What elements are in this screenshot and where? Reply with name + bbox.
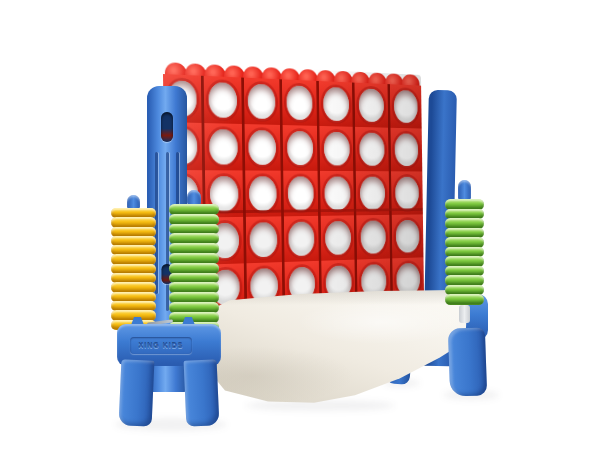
stored-ring <box>445 199 484 210</box>
brand-logo-text: XING KIDS <box>139 342 184 349</box>
board-cell-r1c2 <box>204 76 242 124</box>
board-hole <box>287 177 314 211</box>
stored-ring <box>445 256 484 267</box>
stored-green-disc-stack <box>169 190 219 332</box>
stored-ring <box>445 237 484 248</box>
board-hole <box>394 90 418 123</box>
board-hole <box>325 221 351 255</box>
pole-tip <box>187 190 201 205</box>
board-cell-r1c3 <box>244 78 280 125</box>
board-hole <box>323 87 349 121</box>
board-cell-r2c6 <box>355 127 388 171</box>
board-cell-r4c4 <box>284 216 319 262</box>
board-hole <box>249 130 277 165</box>
board-hole <box>324 132 350 165</box>
board-hole <box>208 82 237 118</box>
board-hole <box>250 222 278 257</box>
ground-shadow <box>245 400 395 411</box>
front-right-leg <box>448 327 487 396</box>
embossed-logo-plate: XING KIDS <box>130 337 192 354</box>
board-cell-r4c5 <box>321 215 355 260</box>
left-base: XING KIDS <box>117 324 221 428</box>
pole-tip <box>127 195 140 209</box>
stored-ring <box>169 214 219 225</box>
board-cell-r2c5 <box>320 126 354 171</box>
board-hole <box>324 177 350 210</box>
board-hole <box>248 84 276 119</box>
board-cell-r2c4 <box>282 125 317 171</box>
board-hole <box>361 221 386 254</box>
green-rings <box>445 200 484 305</box>
board-hole <box>360 177 385 210</box>
board-hole <box>287 131 314 165</box>
board-cell-r1c4 <box>282 79 317 126</box>
stored-green-disc-stack <box>445 180 484 323</box>
stored-ring <box>169 263 219 274</box>
board-hole <box>288 222 315 256</box>
board-hole <box>359 89 384 122</box>
pole-stub <box>459 305 470 323</box>
green-rings <box>169 205 219 332</box>
stored-ring <box>445 294 484 305</box>
stored-ring <box>445 275 484 286</box>
board-cell-r1c6 <box>355 83 388 128</box>
board-cell-r4c3 <box>245 216 281 263</box>
upright-slot-hole <box>161 112 173 142</box>
stored-yellow-disc-stack <box>111 195 156 330</box>
board-hole <box>359 133 384 166</box>
rear-left-leg <box>184 359 220 426</box>
board-hole <box>209 129 238 164</box>
board-hole <box>395 220 419 253</box>
stored-ring <box>169 312 219 323</box>
pole-tip <box>458 180 471 200</box>
board-cell-r2c2 <box>205 123 243 170</box>
board-cell-r4c7 <box>391 214 423 258</box>
yellow-rings <box>111 209 156 330</box>
board-hole <box>286 85 313 119</box>
board-cell-r2c7 <box>390 128 422 172</box>
fabric-catch-tray <box>190 288 472 410</box>
stored-ring <box>445 218 484 229</box>
board-hole <box>394 133 418 165</box>
front-left-leg <box>119 359 155 426</box>
product-photo-giant-connect-four: XING KIDS <box>0 0 600 450</box>
board-cell-r2c3 <box>244 124 280 171</box>
board-hole <box>395 177 419 209</box>
board-hole <box>249 177 277 211</box>
board-cell-r1c7 <box>390 84 422 128</box>
board-cell-r4c6 <box>357 215 390 260</box>
board-cell-r1c5 <box>319 81 353 127</box>
